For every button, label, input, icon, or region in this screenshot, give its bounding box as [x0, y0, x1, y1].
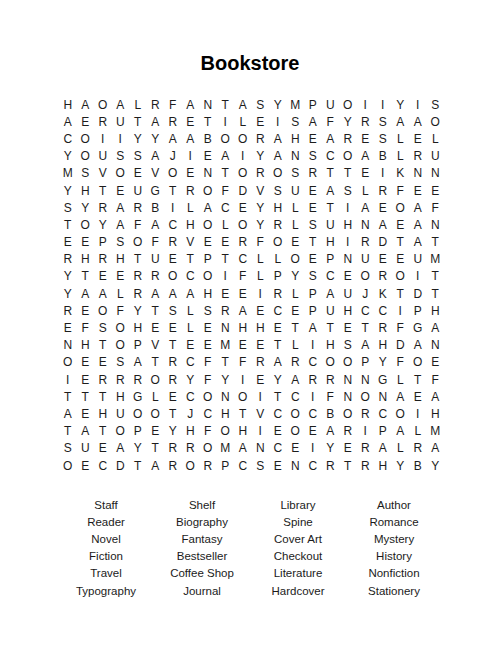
grid-cell[interactable]: E [392, 216, 410, 233]
grid-cell[interactable]: C [164, 216, 182, 233]
grid-cell[interactable]: A [357, 199, 375, 216]
grid-cell[interactable]: D [409, 285, 427, 302]
grid-cell[interactable]: H [322, 337, 340, 354]
grid-cell[interactable]: O [392, 199, 410, 216]
grid-cell[interactable]: A [112, 96, 130, 113]
grid-cell[interactable]: H [427, 302, 445, 319]
grid-cell[interactable]: U [287, 182, 305, 199]
grid-cell[interactable]: O [234, 388, 252, 405]
grid-cell[interactable]: O [287, 251, 305, 268]
grid-cell[interactable]: Y [77, 199, 95, 216]
grid-cell[interactable]: V [94, 165, 112, 182]
grid-cell[interactable]: A [409, 199, 427, 216]
grid-cell[interactable]: P [357, 354, 375, 371]
grid-cell[interactable]: T [217, 354, 235, 371]
grid-cell[interactable]: A [269, 148, 287, 165]
grid-cell[interactable]: R [112, 371, 130, 388]
grid-cell[interactable]: R [182, 182, 200, 199]
grid-cell[interactable]: F [392, 319, 410, 336]
grid-cell[interactable]: U [94, 148, 112, 165]
grid-cell[interactable]: I [164, 199, 182, 216]
grid-cell[interactable]: T [94, 337, 112, 354]
grid-cell[interactable]: A [234, 302, 252, 319]
grid-cell[interactable]: F [322, 388, 340, 405]
grid-cell[interactable]: A [322, 423, 340, 440]
grid-cell[interactable]: V [147, 165, 165, 182]
grid-cell[interactable]: T [147, 440, 165, 457]
grid-cell[interactable]: T [217, 165, 235, 182]
grid-cell[interactable]: A [77, 285, 95, 302]
grid-cell[interactable]: U [77, 440, 95, 457]
grid-cell[interactable]: N [59, 337, 77, 354]
grid-cell[interactable]: O [112, 423, 130, 440]
grid-cell[interactable]: O [339, 405, 357, 422]
grid-cell[interactable]: C [182, 268, 200, 285]
grid-cell[interactable]: N [199, 96, 217, 113]
grid-cell[interactable]: E [164, 388, 182, 405]
grid-cell[interactable]: F [77, 319, 95, 336]
grid-cell[interactable]: F [217, 182, 235, 199]
grid-cell[interactable]: Y [94, 216, 112, 233]
grid-cell[interactable]: N [217, 319, 235, 336]
grid-cell[interactable]: O [427, 113, 445, 130]
grid-cell[interactable]: A [234, 440, 252, 457]
grid-cell[interactable]: O [77, 148, 95, 165]
grid-cell[interactable]: O [94, 96, 112, 113]
grid-cell[interactable]: E [112, 182, 130, 199]
grid-cell[interactable]: E [392, 251, 410, 268]
grid-cell[interactable]: H [252, 319, 270, 336]
grid-cell[interactable]: M [59, 165, 77, 182]
grid-cell[interactable]: I [357, 96, 375, 113]
grid-cell[interactable]: H [77, 337, 95, 354]
grid-cell[interactable]: E [409, 182, 427, 199]
grid-cell[interactable]: F [164, 96, 182, 113]
grid-cell[interactable]: R [339, 130, 357, 147]
grid-cell[interactable]: R [287, 354, 305, 371]
grid-cell[interactable]: E [304, 199, 322, 216]
grid-cell[interactable]: R [94, 251, 112, 268]
grid-cell[interactable]: L [409, 423, 427, 440]
grid-cell[interactable]: O [234, 130, 252, 147]
grid-cell[interactable]: I [252, 423, 270, 440]
grid-cell[interactable]: E [94, 354, 112, 371]
grid-cell[interactable]: Y [392, 457, 410, 474]
grid-cell[interactable]: R [199, 457, 217, 474]
grid-cell[interactable]: P [304, 285, 322, 302]
grid-cell[interactable]: O [217, 130, 235, 147]
grid-cell[interactable]: C [269, 405, 287, 422]
grid-cell[interactable]: E [77, 457, 95, 474]
grid-cell[interactable]: L [252, 251, 270, 268]
grid-cell[interactable]: B [374, 148, 392, 165]
grid-cell[interactable]: U [147, 251, 165, 268]
grid-cell[interactable]: A [182, 130, 200, 147]
grid-cell[interactable]: Y [182, 371, 200, 388]
grid-cell[interactable]: I [252, 388, 270, 405]
grid-cell[interactable]: O [199, 440, 217, 457]
grid-cell[interactable]: R [357, 405, 375, 422]
grid-cell[interactable]: E [164, 319, 182, 336]
grid-cell[interactable]: R [164, 234, 182, 251]
grid-cell[interactable]: V [252, 405, 270, 422]
grid-cell[interactable]: V [147, 337, 165, 354]
grid-cell[interactable]: I [94, 130, 112, 147]
grid-cell[interactable]: F [392, 182, 410, 199]
grid-cell[interactable]: S [304, 268, 322, 285]
grid-cell[interactable]: A [182, 96, 200, 113]
grid-cell[interactable]: C [304, 354, 322, 371]
grid-cell[interactable]: E [182, 337, 200, 354]
grid-cell[interactable]: R [94, 371, 112, 388]
grid-cell[interactable]: R [147, 268, 165, 285]
grid-cell[interactable]: R [357, 457, 375, 474]
grid-cell[interactable]: N [357, 371, 375, 388]
grid-cell[interactable]: A [217, 148, 235, 165]
grid-cell[interactable]: M [217, 440, 235, 457]
grid-cell[interactable]: E [147, 423, 165, 440]
grid-cell[interactable]: T [94, 423, 112, 440]
grid-cell[interactable]: I [59, 371, 77, 388]
grid-cell[interactable]: O [409, 354, 427, 371]
grid-cell[interactable]: I [392, 302, 410, 319]
grid-cell[interactable]: E [287, 440, 305, 457]
grid-cell[interactable]: O [77, 216, 95, 233]
grid-cell[interactable]: C [322, 268, 340, 285]
grid-cell[interactable]: C [287, 388, 305, 405]
grid-cell[interactable]: R [94, 199, 112, 216]
grid-cell[interactable]: P [409, 302, 427, 319]
grid-cell[interactable]: Y [287, 268, 305, 285]
grid-cell[interactable]: P [269, 268, 287, 285]
grid-cell[interactable]: S [252, 457, 270, 474]
grid-cell[interactable]: T [147, 302, 165, 319]
grid-cell[interactable]: L [427, 130, 445, 147]
grid-cell[interactable]: H [59, 96, 77, 113]
grid-cell[interactable]: S [339, 182, 357, 199]
grid-cell[interactable]: T [164, 182, 182, 199]
grid-cell[interactable]: A [322, 182, 340, 199]
grid-cell[interactable]: T [59, 423, 77, 440]
grid-cell[interactable]: L [182, 302, 200, 319]
grid-cell[interactable]: U [322, 216, 340, 233]
grid-cell[interactable]: I [234, 371, 252, 388]
grid-cell[interactable]: I [112, 130, 130, 147]
grid-cell[interactable]: K [392, 165, 410, 182]
grid-cell[interactable]: A [112, 199, 130, 216]
grid-cell[interactable]: H [112, 251, 130, 268]
grid-cell[interactable]: N [217, 388, 235, 405]
grid-cell[interactable]: O [357, 268, 375, 285]
grid-cell[interactable]: I [409, 96, 427, 113]
grid-cell[interactable]: T [392, 285, 410, 302]
grid-cell[interactable]: P [217, 457, 235, 474]
grid-cell[interactable]: O [112, 319, 130, 336]
grid-cell[interactable]: O [339, 148, 357, 165]
grid-cell[interactable]: E [427, 182, 445, 199]
grid-cell[interactable]: U [112, 405, 130, 422]
grid-cell[interactable]: O [322, 354, 340, 371]
grid-cell[interactable]: A [164, 285, 182, 302]
grid-cell[interactable]: B [409, 457, 427, 474]
grid-cell[interactable]: E [357, 130, 375, 147]
grid-cell[interactable]: G [147, 182, 165, 199]
grid-cell[interactable]: Y [374, 354, 392, 371]
grid-cell[interactable]: K [374, 285, 392, 302]
grid-cell[interactable]: O [59, 457, 77, 474]
grid-cell[interactable]: L [112, 285, 130, 302]
grid-cell[interactable]: H [269, 199, 287, 216]
grid-cell[interactable]: E [77, 371, 95, 388]
grid-cell[interactable]: E [112, 268, 130, 285]
grid-cell[interactable]: A [182, 285, 200, 302]
grid-cell[interactable]: R [182, 440, 200, 457]
grid-cell[interactable]: O [287, 423, 305, 440]
grid-cell[interactable]: Y [59, 182, 77, 199]
grid-cell[interactable]: A [147, 113, 165, 130]
grid-cell[interactable]: M [217, 337, 235, 354]
grid-cell[interactable]: T [129, 251, 147, 268]
grid-cell[interactable]: S [112, 148, 130, 165]
grid-cell[interactable]: F [129, 216, 147, 233]
grid-cell[interactable]: O [392, 268, 410, 285]
grid-cell[interactable]: R [357, 113, 375, 130]
grid-cell[interactable]: A [392, 423, 410, 440]
grid-cell[interactable]: B [199, 130, 217, 147]
grid-cell[interactable]: E [339, 268, 357, 285]
grid-cell[interactable]: E [77, 405, 95, 422]
grid-cell[interactable]: F [147, 234, 165, 251]
grid-cell[interactable]: T [77, 388, 95, 405]
grid-cell[interactable]: A [147, 457, 165, 474]
grid-cell[interactable]: A [77, 96, 95, 113]
grid-cell[interactable]: A [304, 113, 322, 130]
grid-cell[interactable]: R [409, 148, 427, 165]
grid-cell[interactable]: U [129, 182, 147, 199]
grid-cell[interactable]: F [234, 268, 252, 285]
grid-cell[interactable]: I [304, 388, 322, 405]
grid-cell[interactable]: H [339, 302, 357, 319]
grid-cell[interactable]: G [374, 371, 392, 388]
grid-cell[interactable]: E [94, 440, 112, 457]
grid-cell[interactable]: N [252, 440, 270, 457]
grid-cell[interactable]: U [322, 302, 340, 319]
grid-cell[interactable]: O [392, 405, 410, 422]
grid-cell[interactable]: I [304, 337, 322, 354]
grid-cell[interactable]: J [357, 285, 375, 302]
grid-cell[interactable]: T [234, 405, 252, 422]
grid-cell[interactable]: P [304, 302, 322, 319]
grid-cell[interactable]: H [199, 285, 217, 302]
grid-cell[interactable]: L [252, 268, 270, 285]
grid-cell[interactable]: U [427, 148, 445, 165]
grid-cell[interactable]: I [269, 113, 287, 130]
grid-cell[interactable]: O [199, 388, 217, 405]
grid-cell[interactable]: N [357, 216, 375, 233]
grid-cell[interactable]: A [94, 285, 112, 302]
grid-cell[interactable]: N [409, 165, 427, 182]
grid-cell[interactable]: L [182, 319, 200, 336]
grid-cell[interactable]: F [322, 113, 340, 130]
grid-cell[interactable]: O [112, 165, 130, 182]
grid-cell[interactable]: U [112, 113, 130, 130]
grid-cell[interactable]: A [427, 319, 445, 336]
grid-cell[interactable]: A [357, 337, 375, 354]
grid-cell[interactable]: T [287, 319, 305, 336]
grid-cell[interactable]: T [94, 388, 112, 405]
grid-cell[interactable]: R [59, 302, 77, 319]
grid-cell[interactable]: R [322, 457, 340, 474]
grid-cell[interactable]: C [304, 457, 322, 474]
grid-cell[interactable]: A [374, 440, 392, 457]
grid-cell[interactable]: T [59, 388, 77, 405]
grid-cell[interactable]: C [59, 130, 77, 147]
grid-cell[interactable]: R [357, 440, 375, 457]
grid-cell[interactable]: P [374, 423, 392, 440]
grid-cell[interactable]: E [234, 285, 252, 302]
grid-cell[interactable]: T [269, 337, 287, 354]
grid-cell[interactable]: H [77, 182, 95, 199]
grid-cell[interactable]: E [217, 234, 235, 251]
grid-cell[interactable]: S [339, 337, 357, 354]
grid-cell[interactable]: L [392, 440, 410, 457]
grid-cell[interactable]: H [427, 405, 445, 422]
grid-cell[interactable]: T [94, 182, 112, 199]
grid-cell[interactable]: A [409, 216, 427, 233]
grid-cell[interactable]: O [147, 371, 165, 388]
grid-cell[interactable]: F [199, 354, 217, 371]
grid-cell[interactable]: R [322, 371, 340, 388]
grid-cell[interactable]: S [112, 354, 130, 371]
grid-cell[interactable]: E [129, 165, 147, 182]
grid-cell[interactable]: C [234, 251, 252, 268]
grid-cell[interactable]: S [94, 319, 112, 336]
grid-cell[interactable]: R [129, 268, 147, 285]
grid-cell[interactable]: O [339, 96, 357, 113]
grid-cell[interactable]: A [59, 405, 77, 422]
grid-cell[interactable]: A [147, 216, 165, 233]
grid-cell[interactable]: L [269, 251, 287, 268]
grid-cell[interactable]: G [129, 388, 147, 405]
grid-cell[interactable]: Y [322, 440, 340, 457]
grid-cell[interactable]: N [427, 337, 445, 354]
grid-cell[interactable]: E [304, 130, 322, 147]
grid-cell[interactable]: D [234, 182, 252, 199]
grid-cell[interactable]: E [182, 113, 200, 130]
grid-cell[interactable]: I [409, 405, 427, 422]
grid-cell[interactable]: L [129, 96, 147, 113]
grid-cell[interactable]: E [269, 457, 287, 474]
grid-cell[interactable]: S [287, 113, 305, 130]
grid-cell[interactable]: C [269, 440, 287, 457]
grid-cell[interactable]: Y [252, 148, 270, 165]
grid-cell[interactable]: E [164, 251, 182, 268]
grid-cell[interactable]: L [392, 148, 410, 165]
grid-cell[interactable]: A [269, 130, 287, 147]
grid-cell[interactable]: A [409, 113, 427, 130]
grid-cell[interactable]: E [287, 234, 305, 251]
grid-cell[interactable]: E [59, 234, 77, 251]
grid-cell[interactable]: C [182, 388, 200, 405]
grid-cell[interactable]: T [59, 216, 77, 233]
grid-cell[interactable]: T [199, 113, 217, 130]
grid-cell[interactable]: T [217, 251, 235, 268]
grid-cell[interactable]: R [269, 216, 287, 233]
grid-cell[interactable]: I [357, 423, 375, 440]
grid-cell[interactable]: O [94, 302, 112, 319]
grid-cell[interactable]: P [322, 251, 340, 268]
grid-cell[interactable]: A [322, 130, 340, 147]
grid-cell[interactable]: L [357, 182, 375, 199]
grid-cell[interactable]: H [234, 319, 252, 336]
grid-cell[interactable]: F [427, 371, 445, 388]
grid-cell[interactable]: O [234, 165, 252, 182]
grid-cell[interactable]: F [234, 354, 252, 371]
grid-cell[interactable]: U [409, 251, 427, 268]
grid-cell[interactable]: S [374, 130, 392, 147]
grid-cell[interactable]: S [252, 96, 270, 113]
grid-cell[interactable]: O [339, 354, 357, 371]
grid-cell[interactable]: A [427, 440, 445, 457]
grid-cell[interactable]: R [339, 423, 357, 440]
grid-cell[interactable]: O [199, 268, 217, 285]
grid-cell[interactable]: P [129, 423, 147, 440]
grid-cell[interactable]: T [164, 337, 182, 354]
grid-cell[interactable]: E [199, 234, 217, 251]
grid-cell[interactable]: R [269, 285, 287, 302]
grid-cell[interactable]: O [164, 165, 182, 182]
grid-cell[interactable]: V [252, 182, 270, 199]
grid-cell[interactable]: S [304, 216, 322, 233]
grid-cell[interactable]: H [234, 423, 252, 440]
grid-cell[interactable]: R [252, 165, 270, 182]
grid-cell[interactable]: O [77, 130, 95, 147]
grid-cell[interactable]: C [357, 302, 375, 319]
grid-cell[interactable]: I [217, 268, 235, 285]
grid-cell[interactable]: A [147, 285, 165, 302]
grid-cell[interactable]: C [182, 354, 200, 371]
grid-cell[interactable]: I [339, 199, 357, 216]
grid-cell[interactable]: R [374, 182, 392, 199]
grid-cell[interactable]: R [164, 371, 182, 388]
grid-cell[interactable]: Y [427, 457, 445, 474]
grid-cell[interactable]: H [112, 388, 130, 405]
grid-cell[interactable]: T [339, 165, 357, 182]
grid-cell[interactable]: P [94, 234, 112, 251]
grid-cell[interactable]: A [409, 234, 427, 251]
grid-cell[interactable]: T [304, 234, 322, 251]
grid-cell[interactable]: E [269, 319, 287, 336]
grid-cell[interactable]: I [182, 148, 200, 165]
grid-cell[interactable]: E [77, 234, 95, 251]
grid-cell[interactable]: R [129, 371, 147, 388]
grid-cell[interactable]: A [147, 148, 165, 165]
grid-cell[interactable]: E [199, 319, 217, 336]
grid-cell[interactable]: A [77, 423, 95, 440]
grid-cell[interactable]: C [199, 405, 217, 422]
grid-cell[interactable]: A [112, 440, 130, 457]
grid-cell[interactable]: T [147, 354, 165, 371]
grid-cell[interactable]: L [287, 216, 305, 233]
grid-cell[interactable]: Y [59, 285, 77, 302]
grid-cell[interactable]: I [374, 96, 392, 113]
grid-cell[interactable]: T [392, 234, 410, 251]
grid-cell[interactable]: F [199, 423, 217, 440]
grid-cell[interactable]: H [339, 216, 357, 233]
grid-cell[interactable]: T [217, 96, 235, 113]
grid-cell[interactable]: N [339, 251, 357, 268]
grid-cell[interactable]: E [252, 302, 270, 319]
